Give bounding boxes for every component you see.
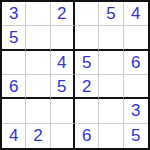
sudoku-cell-r6c5[interactable] [99, 124, 123, 148]
sudoku-cell-r4c3[interactable]: 5 [51, 75, 75, 99]
sudoku-cell-r3c6[interactable]: 6 [124, 51, 148, 75]
sudoku-cell-r3c5[interactable] [99, 51, 123, 75]
sudoku-cell-r6c1[interactable]: 4 [2, 124, 26, 148]
sudoku-cell-r4c2[interactable] [26, 75, 50, 99]
sudoku-cell-r1c1[interactable]: 3 [2, 2, 26, 26]
sudoku-cell-r2c6[interactable] [124, 26, 148, 50]
sudoku-cell-r1c2[interactable] [26, 2, 50, 26]
sudoku-cell-r5c3[interactable] [51, 99, 75, 123]
sudoku-board: 3254545665234265 [0, 0, 150, 150]
sudoku-cell-r5c6[interactable]: 3 [124, 99, 148, 123]
sudoku-cell-r5c1[interactable] [2, 99, 26, 123]
sudoku-cell-r1c6[interactable]: 4 [124, 2, 148, 26]
sudoku-cell-r5c2[interactable] [26, 99, 50, 123]
sudoku-cell-r2c2[interactable] [26, 26, 50, 50]
sudoku-cell-r4c1[interactable]: 6 [2, 75, 26, 99]
sudoku-cell-r3c2[interactable] [26, 51, 50, 75]
sudoku-cell-r6c4[interactable]: 6 [75, 124, 99, 148]
sudoku-cell-r3c4[interactable]: 5 [75, 51, 99, 75]
sudoku-cell-r6c6[interactable]: 5 [124, 124, 148, 148]
sudoku-cell-r3c1[interactable] [2, 51, 26, 75]
sudoku-cell-r4c5[interactable] [99, 75, 123, 99]
sudoku-cell-r1c5[interactable]: 5 [99, 2, 123, 26]
sudoku-cell-r4c4[interactable]: 2 [75, 75, 99, 99]
sudoku-cell-r6c2[interactable]: 2 [26, 124, 50, 148]
sudoku-cell-r2c4[interactable] [75, 26, 99, 50]
sudoku-cell-r5c4[interactable] [75, 99, 99, 123]
sudoku-cell-r1c3[interactable]: 2 [51, 2, 75, 26]
sudoku-cell-r2c3[interactable] [51, 26, 75, 50]
sudoku-cell-r2c1[interactable]: 5 [2, 26, 26, 50]
sudoku-cell-r6c3[interactable] [51, 124, 75, 148]
sudoku-cell-r1c4[interactable] [75, 2, 99, 26]
sudoku-cell-r4c6[interactable] [124, 75, 148, 99]
sudoku-cell-r5c5[interactable] [99, 99, 123, 123]
sudoku-cell-r2c5[interactable] [99, 26, 123, 50]
sudoku-cell-r3c3[interactable]: 4 [51, 51, 75, 75]
